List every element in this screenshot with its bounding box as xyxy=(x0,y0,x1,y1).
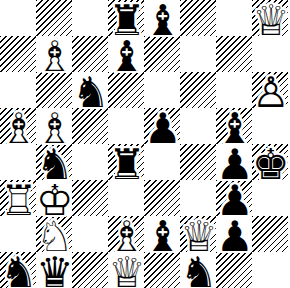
black-pawn-glyph: ♟ xyxy=(216,216,254,258)
piece-white-bishop: ♝♗ xyxy=(36,36,72,72)
piece-white-bishop: ♝♗ xyxy=(0,108,36,144)
square-h2[interactable] xyxy=(252,216,288,252)
square-g2[interactable]: ♟♟ xyxy=(216,216,252,252)
square-g4[interactable]: ♟♟ xyxy=(216,144,252,180)
piece-black-pawn: ♟♟ xyxy=(144,108,180,144)
black-king-glyph: ♚ xyxy=(252,144,290,186)
square-f2[interactable]: ♛♕ xyxy=(180,216,216,252)
square-b3[interactable]: ♚♔ xyxy=(36,180,72,216)
square-b1[interactable]: ♛♛ xyxy=(36,252,72,288)
white-pawn-glyph: ♙ xyxy=(252,72,290,114)
piece-black-knight: ♞♞ xyxy=(0,252,36,288)
square-c3[interactable] xyxy=(72,180,108,216)
piece-black-knight: ♞♞ xyxy=(180,252,216,288)
square-g8[interactable] xyxy=(216,0,252,36)
piece-black-queen: ♛♛ xyxy=(36,252,72,288)
black-rook-glyph: ♜ xyxy=(108,144,146,186)
chess-diagram: ♜♜♝♝♛♕♝♗♝♝♞♞♟♙♝♗♝♗♟♟♝♝♞♞♜♜♟♟♚♚♜♖♚♔♟♟♞♘♝♗… xyxy=(0,0,288,288)
white-queen-glyph: ♕ xyxy=(252,0,290,42)
square-a3[interactable]: ♜♖ xyxy=(0,180,36,216)
square-g3[interactable]: ♟♟ xyxy=(216,180,252,216)
piece-white-queen: ♛♕ xyxy=(180,216,216,252)
piece-black-knight: ♞♞ xyxy=(36,144,72,180)
square-d2[interactable]: ♝♗ xyxy=(108,216,144,252)
piece-white-king: ♚♔ xyxy=(36,180,72,216)
piece-black-bishop: ♝♝ xyxy=(108,36,144,72)
square-b5[interactable]: ♝♗ xyxy=(36,108,72,144)
square-f1[interactable]: ♞♞ xyxy=(180,252,216,288)
square-b4[interactable]: ♞♞ xyxy=(36,144,72,180)
square-g6[interactable] xyxy=(216,72,252,108)
black-bishop-glyph: ♝ xyxy=(144,0,182,42)
square-b7[interactable]: ♝♗ xyxy=(36,36,72,72)
square-a7[interactable] xyxy=(0,36,36,72)
square-c1[interactable] xyxy=(72,252,108,288)
black-knight-glyph: ♞ xyxy=(0,252,38,288)
black-pawn-glyph: ♟ xyxy=(144,108,182,150)
piece-black-knight: ♞♞ xyxy=(72,72,108,108)
square-c8[interactable] xyxy=(72,0,108,36)
white-bishop-glyph: ♗ xyxy=(0,108,38,150)
piece-white-queen: ♛♕ xyxy=(108,252,144,288)
piece-black-bishop: ♝♝ xyxy=(144,0,180,36)
square-a8[interactable] xyxy=(0,0,36,36)
square-h6[interactable]: ♟♙ xyxy=(252,72,288,108)
square-d8[interactable]: ♜♜ xyxy=(108,0,144,36)
square-d5[interactable] xyxy=(108,108,144,144)
square-g5[interactable]: ♝♝ xyxy=(216,108,252,144)
square-f5[interactable] xyxy=(180,108,216,144)
black-queen-glyph: ♛ xyxy=(36,252,74,288)
piece-white-bishop: ♝♗ xyxy=(108,216,144,252)
piece-black-king: ♚♚ xyxy=(252,144,288,180)
chess-board: ♜♜♝♝♛♕♝♗♝♝♞♞♟♙♝♗♝♗♟♟♝♝♞♞♜♜♟♟♚♚♜♖♚♔♟♟♞♘♝♗… xyxy=(0,0,288,288)
square-c7[interactable] xyxy=(72,36,108,72)
square-e8[interactable]: ♝♝ xyxy=(144,0,180,36)
black-knight-glyph: ♞ xyxy=(180,252,218,288)
piece-black-pawn: ♟♟ xyxy=(216,144,252,180)
square-a5[interactable]: ♝♗ xyxy=(0,108,36,144)
square-e2[interactable]: ♝♝ xyxy=(144,216,180,252)
square-a6[interactable] xyxy=(0,72,36,108)
black-bishop-glyph: ♝ xyxy=(144,216,182,258)
square-f3[interactable] xyxy=(180,180,216,216)
piece-white-knight: ♞♘ xyxy=(36,216,72,252)
square-f4[interactable] xyxy=(180,144,216,180)
square-f6[interactable] xyxy=(180,72,216,108)
square-a1[interactable]: ♞♞ xyxy=(0,252,36,288)
piece-black-bishop: ♝♝ xyxy=(144,216,180,252)
square-h1[interactable] xyxy=(252,252,288,288)
square-c2[interactable] xyxy=(72,216,108,252)
square-h8[interactable]: ♛♕ xyxy=(252,0,288,36)
white-bishop-glyph: ♗ xyxy=(36,36,74,78)
square-c6[interactable]: ♞♞ xyxy=(72,72,108,108)
square-f7[interactable] xyxy=(180,36,216,72)
piece-black-rook: ♜♜ xyxy=(108,0,144,36)
white-queen-glyph: ♕ xyxy=(108,252,146,288)
square-e3[interactable] xyxy=(144,180,180,216)
square-f8[interactable] xyxy=(180,0,216,36)
black-knight-glyph: ♞ xyxy=(72,72,110,114)
piece-white-queen: ♛♕ xyxy=(252,0,288,36)
black-bishop-glyph: ♝ xyxy=(108,36,146,78)
square-b8[interactable] xyxy=(36,0,72,36)
square-e6[interactable] xyxy=(144,72,180,108)
square-c4[interactable] xyxy=(72,144,108,180)
piece-white-bishop: ♝♗ xyxy=(36,108,72,144)
square-d4[interactable]: ♜♜ xyxy=(108,144,144,180)
square-b2[interactable]: ♞♘ xyxy=(36,216,72,252)
piece-black-pawn: ♟♟ xyxy=(216,216,252,252)
square-d1[interactable]: ♛♕ xyxy=(108,252,144,288)
square-d7[interactable]: ♝♝ xyxy=(108,36,144,72)
square-g7[interactable] xyxy=(216,36,252,72)
piece-black-rook: ♜♜ xyxy=(108,144,144,180)
square-h4[interactable]: ♚♚ xyxy=(252,144,288,180)
piece-white-pawn: ♟♙ xyxy=(252,72,288,108)
white-rook-glyph: ♖ xyxy=(0,180,38,222)
square-e5[interactable]: ♟♟ xyxy=(144,108,180,144)
piece-white-rook: ♜♖ xyxy=(0,180,36,216)
piece-black-pawn: ♟♟ xyxy=(216,180,252,216)
piece-black-bishop: ♝♝ xyxy=(216,108,252,144)
